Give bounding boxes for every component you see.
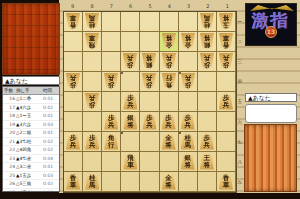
star-point-1 bbox=[179, 72, 181, 74]
piece-glyph: 歩兵 bbox=[126, 53, 134, 67]
square-4三[interactable]: 歩兵 bbox=[160, 52, 179, 72]
square-3九[interactable] bbox=[179, 172, 198, 192]
kifu-cell: 0:01 bbox=[43, 129, 59, 137]
square-3四[interactable]: 歩兵 bbox=[179, 72, 198, 92]
window-bottom-edge bbox=[0, 193, 300, 199]
sente-piece-歩兵[interactable]: 歩兵 bbox=[181, 113, 195, 130]
kifu-cell: 0:01 bbox=[43, 112, 59, 120]
piece-glyph: 歩兵 bbox=[107, 73, 115, 87]
sente-piece-金将[interactable]: 金将 bbox=[162, 173, 176, 190]
square-2二[interactable]: 銀将 bbox=[198, 32, 217, 52]
piece-glyph: 歩兵 bbox=[69, 73, 77, 87]
square-3七[interactable]: 桂馬 bbox=[179, 132, 198, 152]
kifu-cell: 17 bbox=[3, 104, 16, 112]
square-1三[interactable]: 歩兵 bbox=[217, 52, 236, 72]
sente-piece-歩兵[interactable]: 歩兵 bbox=[66, 133, 80, 150]
kifu-cell: ▲3七桂 bbox=[16, 138, 43, 146]
kifu-cell: 0:02 bbox=[43, 138, 59, 146]
file-label-5: 5 bbox=[140, 2, 159, 11]
square-1九[interactable]: 香車 bbox=[217, 172, 236, 192]
sente-piece-歩兵[interactable]: 歩兵 bbox=[162, 113, 176, 130]
gote-piece-金将[interactable]: 金将 bbox=[181, 33, 195, 50]
sente-piece-角行[interactable]: 角行 bbox=[104, 133, 118, 150]
sente-piece-銀将[interactable]: 銀将 bbox=[181, 153, 195, 170]
piece-glyph: 香車 bbox=[69, 175, 77, 189]
sente-piece-歩兵[interactable]: 歩兵 bbox=[85, 133, 99, 150]
kifu-header-move: 指し手 bbox=[16, 87, 43, 94]
square-2八[interactable]: 王将 bbox=[198, 152, 217, 172]
gote-piece-金将[interactable]: 金将 bbox=[162, 33, 176, 50]
kifu-header-time: 時間 bbox=[43, 87, 59, 94]
sente-piece-歩兵[interactable]: 歩兵 bbox=[219, 93, 233, 110]
piece-glyph: 銀将 bbox=[126, 115, 134, 129]
kifu-cell: 24 bbox=[3, 163, 16, 171]
kifu-cell: △1二香 bbox=[16, 95, 43, 103]
piece-glyph: 歩兵 bbox=[88, 93, 96, 107]
sente-piece-銀将[interactable]: 銀将 bbox=[123, 113, 137, 130]
kifu-cell: 25 bbox=[3, 172, 16, 180]
rank-label-7: 七 bbox=[238, 132, 244, 152]
kifu-row-27[interactable]: 27▲6五歩0:05 bbox=[3, 189, 59, 193]
info-box bbox=[245, 104, 297, 123]
kifu-cell: △5三銀 bbox=[16, 180, 43, 188]
square-8五[interactable]: 歩兵 bbox=[83, 92, 102, 112]
piece-glyph: 銀将 bbox=[203, 33, 211, 47]
square-6七[interactable] bbox=[121, 132, 140, 152]
square-9二[interactable] bbox=[64, 32, 83, 52]
kifu-cell: 0:01 bbox=[43, 163, 59, 171]
kifu-player-label: ▲あなた bbox=[2, 76, 60, 85]
gote-piece-歩兵[interactable]: 歩兵 bbox=[85, 93, 99, 110]
square-7一[interactable] bbox=[102, 12, 121, 32]
square-3六[interactable]: 歩兵 bbox=[179, 112, 198, 132]
shogi-board[interactable]: 香車桂馬桂馬玉将飛車金将金将銀将香車歩兵銀将歩兵歩兵歩兵歩兵歩兵歩兵角行歩兵歩兵… bbox=[63, 11, 237, 193]
kifu-cell: 0:05 bbox=[43, 189, 59, 193]
sente-piece-飛車[interactable]: 飛車 bbox=[123, 153, 137, 170]
piece-glyph: 歩兵 bbox=[145, 73, 153, 87]
rank-label-8: 八 bbox=[238, 153, 244, 173]
piece-glyph: 角行 bbox=[107, 135, 115, 149]
kifu-list-header: 手数 指し手 時間 bbox=[3, 87, 59, 95]
square-9三[interactable] bbox=[64, 52, 83, 72]
square-6四[interactable] bbox=[121, 72, 140, 92]
file-coordinates: 987654321 bbox=[63, 2, 237, 11]
square-7八[interactable] bbox=[102, 152, 121, 172]
gote-piece-香車[interactable]: 香車 bbox=[219, 33, 233, 50]
piece-glyph: 香車 bbox=[222, 33, 230, 47]
kifu-row-22[interactable]: 22△4四角0:02 bbox=[3, 146, 59, 155]
piece-glyph: 歩兵 bbox=[69, 135, 77, 149]
kifu-cell: △2二銀 bbox=[16, 129, 43, 137]
square-1七[interactable] bbox=[217, 132, 236, 152]
kifu-cell: 21 bbox=[3, 138, 16, 146]
file-label-6: 6 bbox=[121, 2, 140, 11]
piece-glyph: 歩兵 bbox=[165, 115, 173, 129]
kifu-cell: ▲3六歩 bbox=[16, 121, 43, 129]
rank-label-4: 四 bbox=[238, 72, 244, 92]
square-6一[interactable] bbox=[121, 12, 140, 32]
piece-glyph: 歩兵 bbox=[203, 135, 211, 149]
square-5七[interactable] bbox=[140, 132, 159, 152]
square-2九[interactable] bbox=[198, 172, 217, 192]
square-8九[interactable]: 桂馬 bbox=[83, 172, 102, 192]
square-8六[interactable] bbox=[83, 112, 102, 132]
square-5五[interactable] bbox=[140, 92, 159, 112]
square-1六[interactable] bbox=[217, 112, 236, 132]
rank-label-1: 一 bbox=[238, 11, 244, 31]
square-4五[interactable] bbox=[160, 92, 179, 112]
square-1四[interactable] bbox=[217, 72, 236, 92]
piece-glyph: 金将 bbox=[165, 135, 173, 149]
square-2六[interactable] bbox=[198, 112, 217, 132]
kifu-cell: 22 bbox=[3, 146, 16, 154]
gote-piece-歩兵[interactable]: 歩兵 bbox=[162, 53, 176, 70]
kifu-cell: △3二金 bbox=[16, 163, 43, 171]
gote-piece-歩兵[interactable]: 歩兵 bbox=[123, 53, 137, 70]
kifu-cell: 16 bbox=[3, 95, 16, 103]
square-8七[interactable]: 歩兵 bbox=[83, 132, 102, 152]
gote-piece-歩兵[interactable]: 歩兵 bbox=[219, 53, 233, 70]
file-label-4: 4 bbox=[160, 2, 179, 11]
square-3八[interactable]: 銀将 bbox=[179, 152, 198, 172]
square-8一[interactable]: 桂馬 bbox=[83, 12, 102, 32]
file-label-9: 9 bbox=[63, 2, 82, 11]
square-4六[interactable]: 歩兵 bbox=[160, 112, 179, 132]
piece-glyph: 角行 bbox=[165, 73, 173, 87]
gote-piece-飛車[interactable]: 飛車 bbox=[85, 33, 99, 50]
piece-glyph: 香車 bbox=[222, 175, 230, 189]
square-5九[interactable] bbox=[140, 172, 159, 192]
square-7三[interactable] bbox=[102, 52, 121, 72]
gote-piece-歩兵[interactable]: 歩兵 bbox=[142, 73, 156, 90]
file-label-3: 3 bbox=[179, 2, 198, 11]
piece-glyph: 金将 bbox=[165, 33, 173, 47]
gote-piece-銀将[interactable]: 銀将 bbox=[142, 53, 156, 70]
square-9四[interactable]: 歩兵 bbox=[64, 72, 83, 92]
square-9七[interactable]: 歩兵 bbox=[64, 132, 83, 152]
piece-glyph: 金将 bbox=[165, 175, 173, 189]
sente-piece-stand[interactable] bbox=[244, 124, 297, 192]
sente-piece-歩兵[interactable]: 歩兵 bbox=[104, 113, 118, 130]
gote-piece-桂馬[interactable]: 桂馬 bbox=[200, 13, 214, 30]
square-6五[interactable]: 歩兵 bbox=[121, 92, 140, 112]
square-2三[interactable]: 歩兵 bbox=[198, 52, 217, 72]
square-8八[interactable] bbox=[83, 152, 102, 172]
kifu-cell: 0:03 bbox=[43, 121, 59, 129]
kifu-cell: △4四角 bbox=[16, 146, 43, 154]
piece-glyph: 桂馬 bbox=[203, 13, 211, 27]
square-6六[interactable]: 銀将 bbox=[121, 112, 140, 132]
piece-glyph: 歩兵 bbox=[222, 53, 230, 67]
sente-piece-香車[interactable]: 香車 bbox=[219, 173, 233, 190]
piece-glyph: 桂馬 bbox=[184, 135, 192, 149]
gote-piece-角行[interactable]: 角行 bbox=[162, 73, 176, 90]
gote-piece-桂馬[interactable]: 桂馬 bbox=[85, 13, 99, 30]
file-label-1: 1 bbox=[218, 2, 237, 11]
kifu-row-18[interactable]: 18△1一玉0:01 bbox=[3, 112, 59, 121]
rank-label-6: 六 bbox=[238, 112, 244, 132]
square-9八[interactable] bbox=[64, 152, 83, 172]
file-label-7: 7 bbox=[102, 2, 121, 11]
square-9六[interactable] bbox=[64, 112, 83, 132]
piece-glyph: 歩兵 bbox=[145, 115, 153, 129]
square-5六[interactable]: 歩兵 bbox=[140, 112, 159, 132]
gote-piece-銀将[interactable]: 銀将 bbox=[200, 33, 214, 50]
gote-piece-歩兵[interactable]: 歩兵 bbox=[66, 73, 80, 90]
square-5三[interactable]: 銀将 bbox=[140, 52, 159, 72]
rank-label-5: 五 bbox=[238, 92, 244, 112]
square-8二[interactable]: 飛車 bbox=[83, 32, 102, 52]
kifu-row-25[interactable]: 25▲1五歩0:03 bbox=[3, 172, 59, 181]
piece-glyph: 飛車 bbox=[126, 155, 134, 169]
piece-glyph: 金将 bbox=[184, 33, 192, 47]
square-9九[interactable]: 香車 bbox=[64, 172, 83, 192]
piece-glyph: 玉将 bbox=[222, 13, 230, 27]
sente-piece-桂馬[interactable]: 桂馬 bbox=[85, 173, 99, 190]
kifu-row-19[interactable]: 19▲3六歩0:03 bbox=[3, 121, 59, 130]
piece-glyph: 桂馬 bbox=[88, 175, 96, 189]
sente-piece-王将[interactable]: 王将 bbox=[200, 153, 214, 170]
square-8三[interactable] bbox=[83, 52, 102, 72]
logo-version-badge: 13 bbox=[265, 26, 277, 38]
square-4九[interactable]: 金将 bbox=[160, 172, 179, 192]
star-point-0 bbox=[121, 72, 123, 74]
piece-glyph: 香車 bbox=[69, 13, 77, 27]
square-6九[interactable] bbox=[121, 172, 140, 192]
kifu-cell: 0:02 bbox=[43, 180, 59, 188]
gote-piece-歩兵[interactable]: 歩兵 bbox=[104, 73, 118, 90]
rank-coordinates: 一二三四五六七八九 bbox=[238, 11, 244, 193]
kifu-cell: 19 bbox=[3, 121, 16, 129]
square-7九[interactable] bbox=[102, 172, 121, 192]
piece-glyph: 歩兵 bbox=[203, 53, 211, 67]
square-1二[interactable]: 香車 bbox=[217, 32, 236, 52]
sente-player-label: ▲あなた bbox=[245, 93, 297, 102]
kifu-row-26[interactable]: 26△5三銀0:02 bbox=[3, 180, 59, 189]
sente-piece-桂馬[interactable]: 桂馬 bbox=[181, 133, 195, 150]
file-label-8: 8 bbox=[82, 2, 101, 11]
kifu-cell: 0:02 bbox=[43, 104, 59, 112]
piece-glyph: 歩兵 bbox=[165, 53, 173, 67]
square-3五[interactable] bbox=[179, 92, 198, 112]
square-6八[interactable]: 飛車 bbox=[121, 152, 140, 172]
piece-glyph: 飛車 bbox=[88, 33, 96, 47]
square-1五[interactable]: 歩兵 bbox=[217, 92, 236, 112]
square-7四[interactable]: 歩兵 bbox=[102, 72, 121, 92]
square-4七[interactable]: 金将 bbox=[160, 132, 179, 152]
square-6二[interactable] bbox=[121, 32, 140, 52]
gekisashi-logo: 激指 13 bbox=[245, 3, 297, 46]
kifu-row-17[interactable]: 17▲4六歩0:02 bbox=[3, 104, 59, 113]
gote-piece-歩兵[interactable]: 歩兵 bbox=[200, 53, 214, 70]
kifu-cell: △1一玉 bbox=[16, 112, 43, 120]
rank-label-3: 三 bbox=[238, 51, 244, 71]
sente-piece-香車[interactable]: 香車 bbox=[66, 173, 80, 190]
kifu-cell: ▲4七金 bbox=[16, 155, 43, 163]
piece-glyph: 銀将 bbox=[145, 53, 153, 67]
kifu-cell: 18 bbox=[3, 112, 16, 120]
kifu-cell: 20 bbox=[3, 129, 16, 137]
kifu-header-moveno: 手数 bbox=[3, 87, 16, 94]
file-label-2: 2 bbox=[198, 2, 217, 11]
square-5二[interactable] bbox=[140, 32, 159, 52]
square-7六[interactable]: 歩兵 bbox=[102, 112, 121, 132]
piece-glyph: 歩兵 bbox=[184, 115, 192, 129]
piece-stand-grooves bbox=[3, 4, 59, 74]
piece-glyph: 歩兵 bbox=[88, 135, 96, 149]
gote-piece-香車[interactable]: 香車 bbox=[66, 13, 80, 30]
kifu-cell: 0:01 bbox=[43, 95, 59, 103]
kifu-cell: ▲4六歩 bbox=[16, 104, 43, 112]
kifu-cell: ▲1五歩 bbox=[16, 172, 43, 180]
kifu-move-list[interactable]: 手数 指し手 時間 16△1二香0:0117▲4六歩0:0218△1一玉0:01… bbox=[2, 86, 60, 192]
square-9一[interactable]: 香車 bbox=[64, 12, 83, 32]
square-1一[interactable]: 玉将 bbox=[217, 12, 236, 32]
square-9五[interactable] bbox=[64, 92, 83, 112]
square-2四[interactable] bbox=[198, 72, 217, 92]
square-4四[interactable]: 角行 bbox=[160, 72, 179, 92]
kifu-cell: 0:02 bbox=[43, 146, 59, 154]
gote-piece-玉将[interactable]: 玉将 bbox=[219, 13, 233, 30]
kifu-row-24[interactable]: 24△3二金0:01 bbox=[3, 163, 59, 172]
square-6三[interactable]: 歩兵 bbox=[121, 52, 140, 72]
square-3一[interactable] bbox=[179, 12, 198, 32]
kifu-cell: ▲6五歩 bbox=[16, 189, 43, 193]
piece-glyph: 桂馬 bbox=[88, 13, 96, 27]
piece-glyph: 歩兵 bbox=[184, 73, 192, 87]
sente-piece-歩兵[interactable]: 歩兵 bbox=[123, 93, 137, 110]
sente-piece-歩兵[interactable]: 歩兵 bbox=[200, 133, 214, 150]
kifu-cell: 23 bbox=[3, 155, 16, 163]
square-8四[interactable] bbox=[83, 72, 102, 92]
piece-glyph: 銀将 bbox=[184, 155, 192, 169]
app-window: ▲あなた 手数 指し手 時間 16△1二香0:0117▲4六歩0:0218△1一… bbox=[0, 0, 300, 199]
square-3二[interactable]: 金将 bbox=[179, 32, 198, 52]
square-4一[interactable] bbox=[160, 12, 179, 32]
square-5一[interactable] bbox=[140, 12, 159, 32]
square-7七[interactable]: 角行 bbox=[102, 132, 121, 152]
square-3三[interactable] bbox=[179, 52, 198, 72]
piece-glyph: 歩兵 bbox=[126, 95, 134, 109]
square-4二[interactable]: 金将 bbox=[160, 32, 179, 52]
kifu-row-23[interactable]: 23▲4七金0:04 bbox=[3, 155, 59, 164]
kifu-cell: 26 bbox=[3, 180, 16, 188]
piece-glyph: 歩兵 bbox=[107, 115, 115, 129]
square-7五[interactable] bbox=[102, 92, 121, 112]
kifu-row-21[interactable]: 21▲3七桂0:02 bbox=[3, 138, 59, 147]
square-4八[interactable] bbox=[160, 152, 179, 172]
square-2五[interactable] bbox=[198, 92, 217, 112]
piece-glyph: 王将 bbox=[203, 155, 211, 169]
rank-label-9: 九 bbox=[238, 173, 244, 193]
square-7二[interactable] bbox=[102, 32, 121, 52]
gote-piece-歩兵[interactable]: 歩兵 bbox=[181, 73, 195, 90]
sente-piece-歩兵[interactable]: 歩兵 bbox=[142, 113, 156, 130]
square-1八[interactable] bbox=[217, 152, 236, 172]
rank-label-2: 二 bbox=[238, 31, 244, 51]
kifu-row-16[interactable]: 16△1二香0:01 bbox=[3, 95, 59, 104]
kifu-cell: 27 bbox=[3, 189, 16, 193]
kifu-cell: 0:03 bbox=[43, 172, 59, 180]
gote-piece-stand[interactable] bbox=[2, 3, 60, 75]
square-2七[interactable]: 歩兵 bbox=[198, 132, 217, 152]
piece-glyph: 歩兵 bbox=[222, 95, 230, 109]
square-2一[interactable]: 桂馬 bbox=[198, 12, 217, 32]
square-5八[interactable] bbox=[140, 152, 159, 172]
square-5四[interactable]: 歩兵 bbox=[140, 72, 159, 92]
kifu-cell: 0:04 bbox=[43, 155, 59, 163]
sente-piece-金将[interactable]: 金将 bbox=[162, 133, 176, 150]
kifu-row-20[interactable]: 20△2二銀0:01 bbox=[3, 129, 59, 138]
